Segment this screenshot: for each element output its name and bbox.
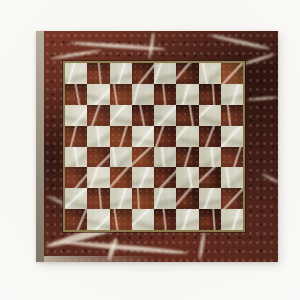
square-f2 [176,188,198,209]
square-e7 [154,84,176,105]
square-b5 [87,126,109,147]
square-e6 [154,105,176,126]
marble-vein [62,240,188,256]
square-g8 [199,63,221,84]
square-c3 [110,167,132,188]
square-f7 [176,84,198,105]
square-b4 [87,147,109,168]
marble-vein [198,231,206,260]
square-f1 [176,209,198,230]
square-d3 [132,167,154,188]
square-g4 [199,147,221,168]
square-c5 [110,126,132,147]
square-e8 [154,63,176,84]
square-a7 [65,84,87,105]
square-g7 [199,84,221,105]
square-a8 [65,63,87,84]
square-a3 [65,167,87,188]
square-d5 [132,126,154,147]
square-f8 [176,63,198,84]
square-h7 [221,84,243,105]
board-bottom-edge [44,256,156,262]
square-d8 [132,63,154,84]
square-b1 [87,209,109,230]
square-f4 [176,147,198,168]
marble-vein [261,172,278,185]
square-f6 [176,105,198,126]
square-f3 [176,167,198,188]
square-h1 [221,209,243,230]
square-h8 [221,63,243,84]
board-frame [44,31,278,262]
square-h2 [221,188,243,209]
square-h4 [221,147,243,168]
marble-vein [240,53,275,66]
square-a2 [65,188,87,209]
square-h5 [221,126,243,147]
square-b8 [87,63,109,84]
square-f5 [176,126,198,147]
square-a5 [65,126,87,147]
square-c8 [110,63,132,84]
square-b7 [87,84,109,105]
square-g1 [199,209,221,230]
square-a4 [65,147,87,168]
marble-vein [209,33,270,51]
marble-vein [247,96,278,102]
square-b6 [87,105,109,126]
playing-area [63,61,245,232]
square-e3 [154,167,176,188]
board-grid [65,63,243,230]
square-e4 [154,147,176,168]
marble-vein [50,49,102,60]
square-e5 [154,126,176,147]
square-e1 [154,209,176,230]
square-b3 [87,167,109,188]
marble-vein [106,237,118,261]
square-d1 [132,209,154,230]
square-h6 [221,105,243,126]
square-c6 [110,105,132,126]
square-c7 [110,84,132,105]
square-d4 [132,147,154,168]
square-e2 [154,188,176,209]
square-h3 [221,167,243,188]
marble-vein [148,32,155,59]
square-d6 [132,105,154,126]
square-d7 [132,84,154,105]
square-a6 [65,105,87,126]
square-g6 [199,105,221,126]
square-c4 [110,147,132,168]
square-a1 [65,209,87,230]
square-g3 [199,167,221,188]
chess-board [36,31,278,262]
marble-vein [70,41,166,52]
square-g5 [199,126,221,147]
square-g2 [199,188,221,209]
photo-backdrop [0,0,300,300]
square-c1 [110,209,132,230]
square-b2 [87,188,109,209]
square-d2 [132,188,154,209]
square-c2 [110,188,132,209]
